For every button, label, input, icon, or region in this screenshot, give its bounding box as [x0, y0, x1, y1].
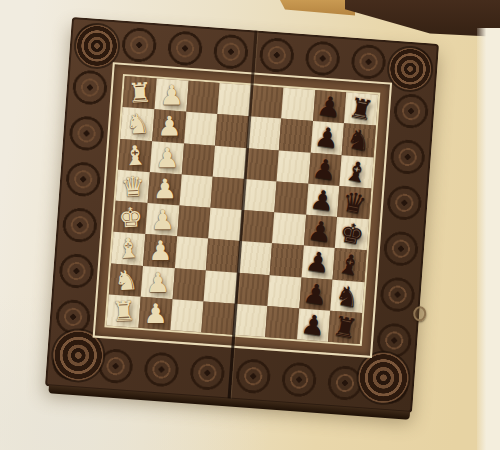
square[interactable]: ♜ [328, 310, 362, 343]
white-bishop[interactable]: ♝ [122, 141, 148, 169]
square[interactable]: ♟ [310, 121, 344, 154]
black-rook[interactable]: ♜ [331, 312, 360, 343]
square[interactable]: ♟ [297, 308, 331, 341]
square[interactable]: ♟ [301, 246, 335, 279]
square[interactable] [172, 268, 206, 301]
square[interactable]: ♟ [154, 78, 188, 111]
black-king[interactable]: ♚ [338, 218, 367, 249]
square[interactable]: ♟ [308, 152, 342, 185]
square[interactable]: ♜ [123, 76, 157, 109]
square[interactable] [215, 114, 249, 147]
square[interactable] [181, 143, 215, 176]
square[interactable]: ♟ [299, 277, 333, 310]
white-pawn[interactable]: ♟ [143, 300, 167, 327]
white-bishop[interactable]: ♝ [115, 235, 141, 263]
square[interactable]: ♟ [152, 110, 186, 143]
square[interactable]: ♟ [306, 183, 340, 216]
square[interactable] [186, 81, 220, 114]
square[interactable]: ♟ [141, 265, 175, 298]
white-pawn[interactable]: ♟ [148, 237, 172, 264]
black-pawn[interactable]: ♟ [302, 279, 330, 309]
square[interactable]: ♚ [113, 201, 147, 234]
black-pawn[interactable]: ♟ [313, 123, 341, 153]
black-pawn[interactable]: ♟ [311, 154, 339, 184]
black-pawn[interactable]: ♟ [309, 185, 337, 215]
square[interactable]: ♟ [145, 203, 179, 236]
black-bishop[interactable]: ♝ [335, 249, 364, 280]
square[interactable]: ♜ [344, 92, 378, 125]
square[interactable] [240, 210, 274, 243]
square[interactable] [276, 150, 310, 183]
square[interactable] [218, 83, 252, 116]
white-pawn[interactable]: ♟ [159, 82, 183, 109]
white-pawn[interactable]: ♟ [154, 144, 178, 171]
square[interactable] [247, 117, 281, 150]
white-pawn[interactable]: ♟ [145, 269, 169, 296]
square[interactable] [269, 244, 303, 277]
square[interactable]: ♞ [342, 123, 376, 156]
white-pawn[interactable]: ♟ [157, 113, 181, 140]
square[interactable] [236, 272, 270, 305]
wall-corner-strip [477, 28, 500, 450]
black-bishop[interactable]: ♝ [342, 156, 371, 187]
black-pawn[interactable]: ♟ [304, 247, 332, 277]
white-pawn[interactable]: ♟ [152, 175, 176, 202]
square[interactable]: ♞ [109, 263, 143, 296]
square[interactable] [245, 148, 279, 181]
square[interactable] [206, 239, 240, 272]
square[interactable] [208, 208, 242, 241]
white-queen[interactable]: ♛ [120, 172, 146, 200]
corner-rosette-icon [357, 351, 411, 405]
white-knight[interactable]: ♞ [113, 266, 139, 294]
square[interactable]: ♝ [333, 248, 367, 281]
square[interactable]: ♜ [107, 294, 141, 327]
white-pawn[interactable]: ♟ [150, 206, 174, 233]
square[interactable] [242, 179, 276, 212]
square[interactable]: ♚ [335, 217, 369, 250]
black-queen[interactable]: ♛ [340, 187, 369, 218]
black-knight[interactable]: ♞ [344, 125, 373, 156]
square[interactable]: ♟ [143, 234, 177, 267]
square[interactable] [177, 205, 211, 238]
square[interactable]: ♝ [111, 232, 145, 265]
square[interactable]: ♛ [116, 170, 150, 203]
square[interactable] [238, 241, 272, 274]
square[interactable]: ♟ [303, 215, 337, 248]
square[interactable] [281, 88, 315, 121]
square[interactable] [213, 145, 247, 178]
black-knight[interactable]: ♞ [333, 280, 362, 311]
black-pawn[interactable]: ♟ [300, 310, 328, 340]
square[interactable]: ♟ [313, 90, 347, 123]
square[interactable]: ♟ [150, 141, 184, 174]
square[interactable] [265, 306, 299, 339]
black-pawn[interactable]: ♟ [306, 216, 334, 246]
white-knight[interactable]: ♞ [125, 110, 151, 138]
clasp-ring [413, 306, 427, 322]
square[interactable] [202, 301, 236, 334]
chess-board: ♜♟♟♜♞♟♟♞♝♟♟♝♛♟♟♛♚♟♟♚♝♟♟♝♞♟♟♞♜♟♟♜ [45, 17, 439, 413]
white-king[interactable]: ♚ [118, 203, 144, 231]
square[interactable] [211, 177, 245, 210]
square[interactable] [233, 304, 267, 337]
square[interactable]: ♝ [118, 138, 152, 171]
square[interactable]: ♞ [120, 107, 154, 140]
black-rook[interactable]: ♜ [347, 93, 376, 124]
square[interactable] [184, 112, 218, 145]
corner-rosette-icon [388, 46, 433, 91]
square[interactable]: ♝ [340, 155, 374, 188]
white-rook[interactable]: ♜ [127, 79, 153, 107]
square[interactable] [279, 119, 313, 152]
square[interactable]: ♟ [138, 297, 172, 330]
square[interactable] [204, 270, 238, 303]
square[interactable] [249, 85, 283, 118]
square[interactable]: ♛ [337, 186, 371, 219]
white-rook[interactable]: ♜ [111, 297, 137, 325]
square[interactable] [267, 275, 301, 308]
square[interactable] [274, 181, 308, 214]
square[interactable] [174, 237, 208, 270]
square[interactable] [179, 174, 213, 207]
square[interactable]: ♟ [147, 172, 181, 205]
square[interactable] [272, 212, 306, 245]
square[interactable] [170, 299, 204, 332]
black-pawn[interactable]: ♟ [316, 92, 344, 122]
square[interactable]: ♞ [330, 279, 364, 312]
